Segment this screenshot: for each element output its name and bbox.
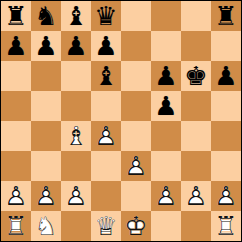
black-rook[interactable] — [1, 1, 31, 31]
square-g3[interactable] — [181, 151, 211, 181]
square-d8[interactable] — [91, 1, 121, 31]
square-a7[interactable] — [1, 31, 31, 61]
square-g2[interactable] — [181, 181, 211, 211]
square-b7[interactable] — [31, 31, 61, 61]
square-a8[interactable] — [1, 1, 31, 31]
square-b6[interactable] — [31, 61, 61, 91]
square-f2[interactable] — [151, 181, 181, 211]
square-d4[interactable] — [91, 121, 121, 151]
square-b2[interactable] — [31, 181, 61, 211]
square-h7[interactable] — [211, 31, 241, 61]
square-b8[interactable] — [31, 1, 61, 31]
square-h5[interactable] — [211, 91, 241, 121]
white-pawn[interactable] — [91, 121, 121, 151]
square-a5[interactable] — [1, 91, 31, 121]
square-c3[interactable] — [61, 151, 91, 181]
square-e7[interactable] — [121, 31, 151, 61]
white-pawn[interactable] — [121, 151, 151, 181]
square-c7[interactable] — [61, 31, 91, 61]
white-queen[interactable] — [91, 211, 121, 241]
square-h8[interactable] — [211, 1, 241, 31]
chess-board — [0, 0, 242, 242]
white-knight[interactable] — [31, 211, 61, 241]
square-e5[interactable] — [121, 91, 151, 121]
square-f4[interactable] — [151, 121, 181, 151]
square-c8[interactable] — [61, 1, 91, 31]
square-e1[interactable] — [121, 211, 151, 241]
white-pawn[interactable] — [211, 181, 241, 211]
square-f6[interactable] — [151, 61, 181, 91]
black-pawn[interactable] — [31, 31, 61, 61]
square-d1[interactable] — [91, 211, 121, 241]
square-h3[interactable] — [211, 151, 241, 181]
square-d7[interactable] — [91, 31, 121, 61]
square-h6[interactable] — [211, 61, 241, 91]
black-bishop[interactable] — [61, 1, 91, 31]
square-h2[interactable] — [211, 181, 241, 211]
square-b4[interactable] — [31, 121, 61, 151]
square-d5[interactable] — [91, 91, 121, 121]
square-e6[interactable] — [121, 61, 151, 91]
square-e2[interactable] — [121, 181, 151, 211]
square-d3[interactable] — [91, 151, 121, 181]
square-g8[interactable] — [181, 1, 211, 31]
square-a4[interactable] — [1, 121, 31, 151]
square-c4[interactable] — [61, 121, 91, 151]
black-pawn[interactable] — [151, 91, 181, 121]
square-a2[interactable] — [1, 181, 31, 211]
square-g4[interactable] — [181, 121, 211, 151]
square-a3[interactable] — [1, 151, 31, 181]
black-rook[interactable] — [211, 1, 241, 31]
square-a1[interactable] — [1, 211, 31, 241]
square-a6[interactable] — [1, 61, 31, 91]
white-bishop[interactable] — [61, 121, 91, 151]
square-g1[interactable] — [181, 211, 211, 241]
white-king[interactable] — [121, 211, 151, 241]
square-c2[interactable] — [61, 181, 91, 211]
black-bishop[interactable] — [91, 61, 121, 91]
square-b3[interactable] — [31, 151, 61, 181]
square-g7[interactable] — [181, 31, 211, 61]
square-c5[interactable] — [61, 91, 91, 121]
black-pawn[interactable] — [151, 61, 181, 91]
white-pawn[interactable] — [61, 181, 91, 211]
white-rook[interactable] — [1, 211, 31, 241]
black-knight[interactable] — [31, 1, 61, 31]
white-rook[interactable] — [211, 211, 241, 241]
square-f8[interactable] — [151, 1, 181, 31]
square-g6[interactable] — [181, 61, 211, 91]
white-pawn[interactable] — [181, 181, 211, 211]
black-pawn[interactable] — [1, 31, 31, 61]
white-pawn[interactable] — [151, 181, 181, 211]
square-f1[interactable] — [151, 211, 181, 241]
square-c6[interactable] — [61, 61, 91, 91]
square-e3[interactable] — [121, 151, 151, 181]
square-b1[interactable] — [31, 211, 61, 241]
white-pawn[interactable] — [31, 181, 61, 211]
black-king[interactable] — [181, 61, 211, 91]
square-b5[interactable] — [31, 91, 61, 121]
square-f5[interactable] — [151, 91, 181, 121]
square-d2[interactable] — [91, 181, 121, 211]
square-g5[interactable] — [181, 91, 211, 121]
black-queen[interactable] — [91, 1, 121, 31]
square-h1[interactable] — [211, 211, 241, 241]
square-f7[interactable] — [151, 31, 181, 61]
square-h4[interactable] — [211, 121, 241, 151]
square-f3[interactable] — [151, 151, 181, 181]
black-pawn[interactable] — [61, 31, 91, 61]
black-pawn[interactable] — [91, 31, 121, 61]
square-c1[interactable] — [61, 211, 91, 241]
square-d6[interactable] — [91, 61, 121, 91]
white-pawn[interactable] — [1, 181, 31, 211]
square-e4[interactable] — [121, 121, 151, 151]
square-e8[interactable] — [121, 1, 151, 31]
black-pawn[interactable] — [211, 61, 241, 91]
